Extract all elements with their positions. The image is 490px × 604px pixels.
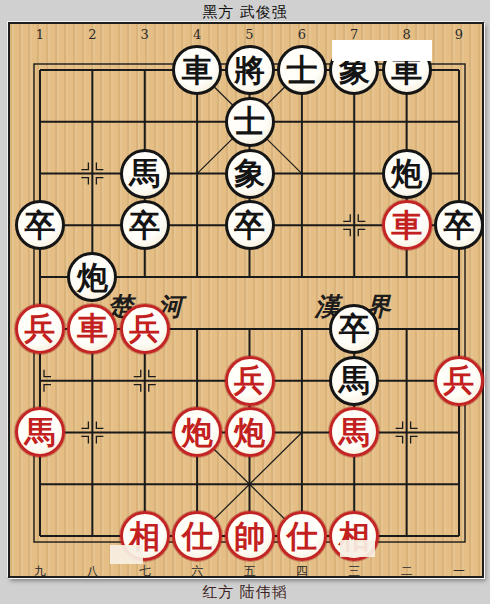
watermark-patch <box>340 540 375 557</box>
piece-red-general[interactable]: 帥 <box>225 511 275 561</box>
piece-black-pawn[interactable]: 卒 <box>225 200 275 250</box>
piece-red-advisor[interactable]: 仕 <box>277 511 327 561</box>
file-number-bottom: 二 <box>392 565 422 578</box>
file-number-bottom: 九 <box>25 565 55 578</box>
piece-black-knight[interactable]: 馬 <box>120 149 170 199</box>
file-number-top: 6 <box>287 28 317 41</box>
file-number-bottom: 八 <box>77 565 107 578</box>
file-number-bottom: 一 <box>444 565 474 578</box>
piece-red-pawn[interactable]: 兵 <box>434 356 484 406</box>
piece-black-advisor[interactable]: 士 <box>277 45 327 95</box>
piece-red-rook[interactable]: 車 <box>67 304 117 354</box>
piece-black-pawn[interactable]: 卒 <box>120 200 170 250</box>
watermark-patch <box>110 545 143 564</box>
piece-red-pawn[interactable]: 兵 <box>15 304 65 354</box>
file-number-bottom: 七 <box>130 565 160 578</box>
file-number-bottom: 五 <box>235 565 265 578</box>
piece-black-pawn[interactable]: 卒 <box>434 200 484 250</box>
file-number-top: 5 <box>235 28 265 41</box>
file-number-top: 4 <box>182 28 212 41</box>
piece-black-pawn[interactable]: 卒 <box>15 200 65 250</box>
file-number-bottom: 四 <box>287 565 317 578</box>
piece-black-rook[interactable]: 車 <box>172 45 222 95</box>
piece-black-general[interactable]: 將 <box>225 45 275 95</box>
piece-red-pawn[interactable]: 兵 <box>225 356 275 406</box>
watermark-patch <box>332 40 432 61</box>
piece-red-rook[interactable]: 車 <box>382 200 432 250</box>
file-number-top: 1 <box>25 28 55 41</box>
red-player-label: 红方 陆伟韬 <box>0 583 490 602</box>
piece-black-advisor[interactable]: 士 <box>225 97 275 147</box>
piece-red-pawn[interactable]: 兵 <box>120 304 170 354</box>
file-number-top: 9 <box>444 28 474 41</box>
piece-black-cannon[interactable]: 炮 <box>382 149 432 199</box>
file-number-bottom: 六 <box>182 565 212 578</box>
file-number-top: 2 <box>77 28 107 41</box>
xiangqi-board[interactable]: 123456789九八七六五四三二一楚河漢界 車將士象車士馬象炮卒卒卒車卒炮兵車… <box>8 22 484 578</box>
piece-black-pawn[interactable]: 卒 <box>329 304 379 354</box>
file-number-bottom: 三 <box>339 565 369 578</box>
black-player-label: 黑方 武俊强 <box>0 3 490 22</box>
piece-black-knight[interactable]: 馬 <box>329 356 379 406</box>
piece-red-cannon[interactable]: 炮 <box>225 407 275 457</box>
file-number-top: 3 <box>130 28 160 41</box>
piece-black-elephant[interactable]: 象 <box>225 149 275 199</box>
piece-red-advisor[interactable]: 仕 <box>172 511 222 561</box>
